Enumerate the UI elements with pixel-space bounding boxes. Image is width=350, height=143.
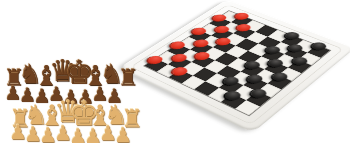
board-tilt-wrapper: [151, 0, 325, 143]
travel-board: [119, 0, 350, 133]
black-checker-piece[interactable]: [263, 45, 282, 56]
red-checker-piece[interactable]: [233, 12, 251, 21]
red-checker-piece[interactable]: [190, 26, 209, 36]
light-pawn[interactable]: ♟: [114, 125, 132, 143]
board-square[interactable]: [235, 100, 260, 115]
red-checker-piece[interactable]: [169, 52, 189, 63]
black-checker-piece[interactable]: [282, 31, 301, 41]
checkers-board-grid: [143, 10, 331, 116]
product-photo: ♜♞♝♛♚♝♞♜♟♟♟♟♟♟♟♟ ♜♞♝♛♚♝♞♜♟♟♟♟♟♟♟♟: [0, 0, 350, 143]
board-square[interactable]: [215, 53, 238, 66]
